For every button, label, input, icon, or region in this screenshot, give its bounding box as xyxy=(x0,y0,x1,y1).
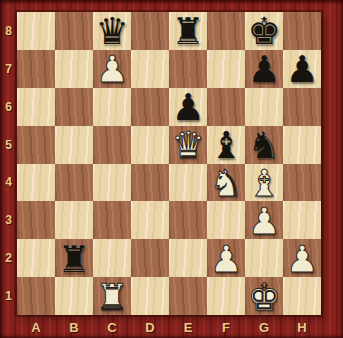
square-f7[interactable] xyxy=(207,50,245,88)
square-d3[interactable] xyxy=(131,201,169,239)
square-d5[interactable] xyxy=(131,126,169,164)
file-label-d: D xyxy=(131,315,169,338)
square-f8[interactable] xyxy=(207,12,245,50)
square-d8[interactable] xyxy=(131,12,169,50)
rank-label-3: 3 xyxy=(0,201,17,239)
black-rook[interactable]: ♜ xyxy=(57,241,90,278)
black-pawn[interactable]: ♟ xyxy=(285,51,318,88)
chess-board-frame: 87654321 ♛♜♚♟♟♟♟♛♝♞♞♝♟♜♟♟♜♚ ABCDEFGH xyxy=(0,0,343,338)
square-f1[interactable] xyxy=(207,277,245,315)
square-c1[interactable]: ♜ xyxy=(93,277,131,315)
file-label-a: A xyxy=(17,315,55,338)
square-e1[interactable] xyxy=(169,277,207,315)
square-c6[interactable] xyxy=(93,88,131,126)
square-c5[interactable] xyxy=(93,126,131,164)
square-g5[interactable]: ♞ xyxy=(245,126,283,164)
square-h3[interactable] xyxy=(283,201,321,239)
square-f4[interactable]: ♞ xyxy=(207,164,245,202)
file-label-c: C xyxy=(93,315,131,338)
square-a5[interactable] xyxy=(17,126,55,164)
white-king[interactable]: ♚ xyxy=(247,279,280,316)
square-e2[interactable] xyxy=(169,239,207,277)
square-a1[interactable] xyxy=(17,277,55,315)
square-a6[interactable] xyxy=(17,88,55,126)
square-f3[interactable] xyxy=(207,201,245,239)
square-h1[interactable] xyxy=(283,277,321,315)
square-d1[interactable] xyxy=(131,277,169,315)
square-a8[interactable] xyxy=(17,12,55,50)
rank-label-1: 1 xyxy=(0,277,17,315)
chess-board: ♛♜♚♟♟♟♟♛♝♞♞♝♟♜♟♟♜♚ xyxy=(17,12,321,315)
square-c4[interactable] xyxy=(93,164,131,202)
square-c3[interactable] xyxy=(93,201,131,239)
black-queen[interactable]: ♛ xyxy=(95,13,128,50)
square-e6[interactable]: ♟ xyxy=(169,88,207,126)
square-a2[interactable] xyxy=(17,239,55,277)
square-b7[interactable] xyxy=(55,50,93,88)
rank-label-5: 5 xyxy=(0,126,17,164)
square-a4[interactable] xyxy=(17,164,55,202)
file-label-e: E xyxy=(169,315,207,338)
file-labels: ABCDEFGH xyxy=(17,315,321,338)
file-label-g: G xyxy=(245,315,283,338)
rank-label-8: 8 xyxy=(0,12,17,50)
square-g7[interactable]: ♟ xyxy=(245,50,283,88)
square-h5[interactable] xyxy=(283,126,321,164)
black-rook[interactable]: ♜ xyxy=(171,13,204,50)
square-d6[interactable] xyxy=(131,88,169,126)
white-pawn[interactable]: ♟ xyxy=(285,241,318,278)
square-d4[interactable] xyxy=(131,164,169,202)
square-f2[interactable]: ♟ xyxy=(207,239,245,277)
black-king[interactable]: ♚ xyxy=(247,13,280,50)
square-g4[interactable]: ♝ xyxy=(245,164,283,202)
square-b2[interactable]: ♜ xyxy=(55,239,93,277)
rank-label-6: 6 xyxy=(0,88,17,126)
square-c2[interactable] xyxy=(93,239,131,277)
square-e8[interactable]: ♜ xyxy=(169,12,207,50)
white-queen[interactable]: ♛ xyxy=(171,127,204,164)
square-c7[interactable]: ♟ xyxy=(93,50,131,88)
rank-labels: 87654321 xyxy=(0,12,17,315)
square-c8[interactable]: ♛ xyxy=(93,12,131,50)
black-knight[interactable]: ♞ xyxy=(247,127,280,164)
square-b6[interactable] xyxy=(55,88,93,126)
square-h2[interactable]: ♟ xyxy=(283,239,321,277)
square-b5[interactable] xyxy=(55,126,93,164)
square-g8[interactable]: ♚ xyxy=(245,12,283,50)
square-b1[interactable] xyxy=(55,277,93,315)
square-g2[interactable] xyxy=(245,239,283,277)
square-e5[interactable]: ♛ xyxy=(169,126,207,164)
file-label-h: H xyxy=(283,315,321,338)
white-rook[interactable]: ♜ xyxy=(95,279,128,316)
rank-label-4: 4 xyxy=(0,164,17,202)
square-b8[interactable] xyxy=(55,12,93,50)
square-d7[interactable] xyxy=(131,50,169,88)
file-label-f: F xyxy=(207,315,245,338)
square-a3[interactable] xyxy=(17,201,55,239)
square-f5[interactable]: ♝ xyxy=(207,126,245,164)
square-h8[interactable] xyxy=(283,12,321,50)
square-b3[interactable] xyxy=(55,201,93,239)
square-h7[interactable]: ♟ xyxy=(283,50,321,88)
square-b4[interactable] xyxy=(55,164,93,202)
black-pawn[interactable]: ♟ xyxy=(247,51,280,88)
black-pawn[interactable]: ♟ xyxy=(171,89,204,126)
square-e7[interactable] xyxy=(169,50,207,88)
square-e4[interactable] xyxy=(169,164,207,202)
square-h6[interactable] xyxy=(283,88,321,126)
square-g3[interactable]: ♟ xyxy=(245,201,283,239)
square-f6[interactable] xyxy=(207,88,245,126)
white-pawn[interactable]: ♟ xyxy=(209,241,242,278)
white-pawn[interactable]: ♟ xyxy=(247,203,280,240)
white-knight[interactable]: ♞ xyxy=(209,165,242,202)
rank-label-2: 2 xyxy=(0,239,17,277)
white-pawn[interactable]: ♟ xyxy=(95,51,128,88)
black-bishop[interactable]: ♝ xyxy=(209,127,242,164)
square-g6[interactable] xyxy=(245,88,283,126)
square-a7[interactable] xyxy=(17,50,55,88)
file-label-b: B xyxy=(55,315,93,338)
square-d2[interactable] xyxy=(131,239,169,277)
square-g1[interactable]: ♚ xyxy=(245,277,283,315)
square-e3[interactable] xyxy=(169,201,207,239)
white-bishop[interactable]: ♝ xyxy=(247,165,280,202)
rank-label-7: 7 xyxy=(0,50,17,88)
square-h4[interactable] xyxy=(283,164,321,202)
